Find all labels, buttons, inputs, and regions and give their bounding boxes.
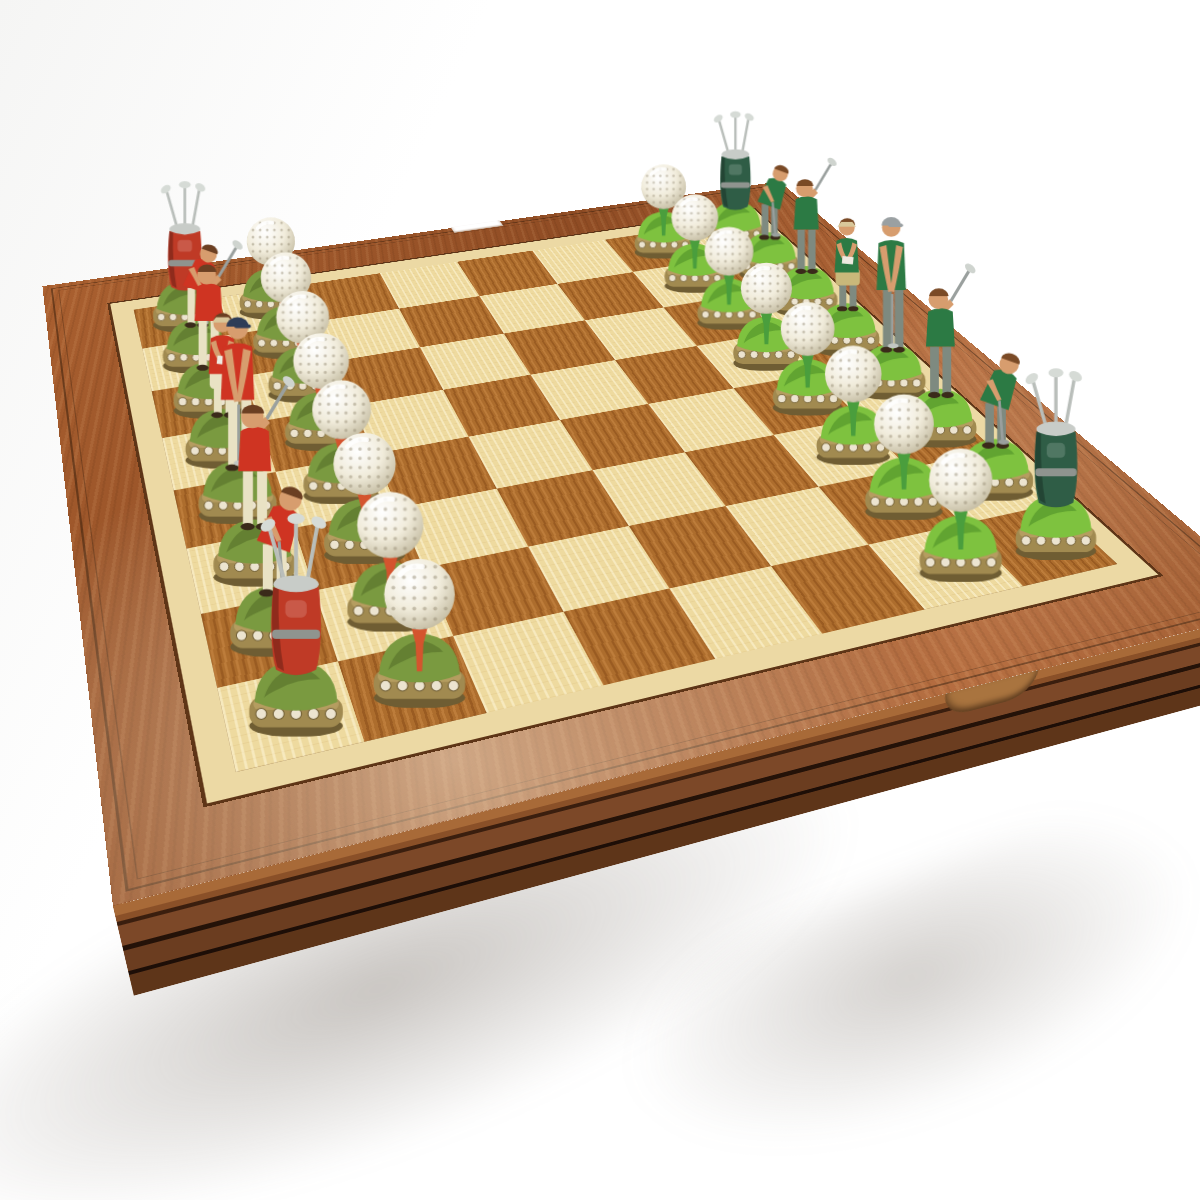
photo-scene: Golf themed chess set in starting positi…: [0, 0, 1200, 1200]
piece-red-rook-h1[interactable]: [231, 512, 359, 737]
chess-board-box: [42, 181, 1200, 905]
piece-green-pawn-h7[interactable]: [904, 442, 1017, 583]
piece-red-pawn-h2[interactable]: [356, 551, 482, 708]
square-h1[interactable]: [217, 661, 364, 772]
